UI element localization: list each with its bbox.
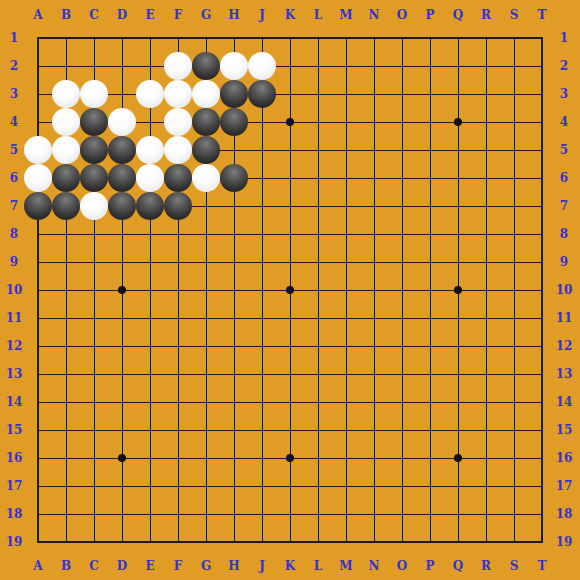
column-label-bottom: Q <box>447 558 469 574</box>
row-label-left: 3 <box>3 86 25 102</box>
row-label-right: 6 <box>553 170 575 186</box>
column-label-bottom: N <box>363 558 385 574</box>
row-label-right: 7 <box>553 198 575 214</box>
grid-line-horizontal <box>37 374 543 375</box>
row-label-right: 12 <box>553 338 575 354</box>
row-label-right: 11 <box>553 310 575 326</box>
black-stone[interactable] <box>164 192 192 220</box>
column-label-top: A <box>27 7 49 23</box>
column-label-bottom: R <box>475 558 497 574</box>
column-label-top: R <box>475 7 497 23</box>
white-stone[interactable] <box>164 52 192 80</box>
row-label-right: 10 <box>553 282 575 298</box>
black-stone[interactable] <box>108 164 136 192</box>
column-label-bottom: T <box>531 558 553 574</box>
row-label-left: 6 <box>3 170 25 186</box>
row-label-left: 11 <box>3 310 25 326</box>
star-point <box>454 118 462 126</box>
row-label-left: 17 <box>3 478 25 494</box>
column-label-bottom: M <box>335 558 357 574</box>
white-stone[interactable] <box>80 192 108 220</box>
black-stone[interactable] <box>136 192 164 220</box>
white-stone[interactable] <box>136 136 164 164</box>
row-label-left: 9 <box>3 254 25 270</box>
row-label-left: 1 <box>3 30 25 46</box>
column-label-top: D <box>111 7 133 23</box>
grid-line-horizontal <box>37 402 543 403</box>
row-label-left: 18 <box>3 506 25 522</box>
column-label-top: E <box>139 7 161 23</box>
row-label-right: 1 <box>553 30 575 46</box>
column-label-top: C <box>83 7 105 23</box>
row-label-right: 14 <box>553 394 575 410</box>
black-stone[interactable] <box>24 192 52 220</box>
row-label-left: 10 <box>3 282 25 298</box>
column-label-top: T <box>531 7 553 23</box>
row-label-right: 3 <box>553 86 575 102</box>
go-board[interactable]: AABBCCDDEEFFGGHHJJKKLLMMNNOOPPQQRRSSTT11… <box>0 0 580 580</box>
white-stone[interactable] <box>136 164 164 192</box>
row-label-left: 12 <box>3 338 25 354</box>
row-label-left: 19 <box>3 534 25 550</box>
grid-line-horizontal <box>37 318 543 319</box>
grid-line-vertical <box>541 37 543 543</box>
grid-line-vertical <box>374 37 375 543</box>
star-point <box>286 454 294 462</box>
row-label-right: 15 <box>553 422 575 438</box>
grid-line-horizontal <box>37 514 543 515</box>
grid-line-horizontal <box>37 346 543 347</box>
black-stone[interactable] <box>80 164 108 192</box>
grid-line-vertical <box>318 37 319 543</box>
row-label-left: 7 <box>3 198 25 214</box>
column-label-bottom: A <box>27 558 49 574</box>
star-point <box>286 118 294 126</box>
black-stone[interactable] <box>52 164 80 192</box>
row-label-left: 5 <box>3 142 25 158</box>
column-label-bottom: J <box>251 558 273 574</box>
row-label-right: 19 <box>553 534 575 550</box>
column-label-top: B <box>55 7 77 23</box>
black-stone[interactable] <box>108 136 136 164</box>
row-label-left: 15 <box>3 422 25 438</box>
star-point <box>118 454 126 462</box>
column-label-top: P <box>419 7 441 23</box>
column-label-top: G <box>195 7 217 23</box>
column-label-bottom: B <box>55 558 77 574</box>
white-stone[interactable] <box>52 136 80 164</box>
column-label-top: S <box>503 7 525 23</box>
white-stone[interactable] <box>108 108 136 136</box>
column-label-bottom: G <box>195 558 217 574</box>
column-label-bottom: H <box>223 558 245 574</box>
grid-line-vertical <box>486 37 487 543</box>
row-label-right: 16 <box>553 450 575 466</box>
row-label-right: 5 <box>553 142 575 158</box>
black-stone[interactable] <box>80 108 108 136</box>
white-stone[interactable] <box>164 136 192 164</box>
row-label-left: 8 <box>3 226 25 242</box>
row-label-left: 13 <box>3 366 25 382</box>
column-label-top: L <box>307 7 329 23</box>
star-point <box>454 286 462 294</box>
row-label-right: 13 <box>553 366 575 382</box>
black-stone[interactable] <box>192 136 220 164</box>
white-stone[interactable] <box>24 136 52 164</box>
star-point <box>118 286 126 294</box>
column-label-top: J <box>251 7 273 23</box>
row-label-left: 2 <box>3 58 25 74</box>
column-label-top: H <box>223 7 245 23</box>
row-label-right: 2 <box>553 58 575 74</box>
row-label-right: 17 <box>553 478 575 494</box>
black-stone[interactable] <box>220 108 248 136</box>
black-stone[interactable] <box>80 136 108 164</box>
column-label-top: Q <box>447 7 469 23</box>
column-label-bottom: S <box>503 558 525 574</box>
grid-line-vertical <box>402 37 403 543</box>
black-stone[interactable] <box>108 192 136 220</box>
white-stone[interactable] <box>164 108 192 136</box>
column-label-bottom: C <box>83 558 105 574</box>
column-label-top: K <box>279 7 301 23</box>
row-label-right: 9 <box>553 254 575 270</box>
white-stone[interactable] <box>52 80 80 108</box>
black-stone[interactable] <box>192 52 220 80</box>
white-stone[interactable] <box>136 80 164 108</box>
white-stone[interactable] <box>52 108 80 136</box>
white-stone[interactable] <box>248 52 276 80</box>
white-stone[interactable] <box>80 80 108 108</box>
white-stone[interactable] <box>192 164 220 192</box>
row-label-right: 4 <box>553 114 575 130</box>
grid-line-horizontal <box>37 486 543 487</box>
column-label-bottom: K <box>279 558 301 574</box>
column-label-top: F <box>167 7 189 23</box>
column-label-bottom: L <box>307 558 329 574</box>
black-stone[interactable] <box>220 164 248 192</box>
grid-line-vertical <box>514 37 515 543</box>
row-label-right: 18 <box>553 506 575 522</box>
star-point <box>454 454 462 462</box>
grid-line-horizontal <box>37 541 543 543</box>
black-stone[interactable] <box>220 80 248 108</box>
black-stone[interactable] <box>192 108 220 136</box>
black-stone[interactable] <box>164 164 192 192</box>
column-label-bottom: P <box>419 558 441 574</box>
column-label-bottom: E <box>139 558 161 574</box>
grid-line-vertical <box>346 37 347 543</box>
black-stone[interactable] <box>52 192 80 220</box>
star-point <box>286 286 294 294</box>
column-label-bottom: D <box>111 558 133 574</box>
grid-line-horizontal <box>37 430 543 431</box>
white-stone[interactable] <box>192 80 220 108</box>
white-stone[interactable] <box>220 52 248 80</box>
grid-line-vertical <box>430 37 431 543</box>
column-label-top: M <box>335 7 357 23</box>
white-stone[interactable] <box>164 80 192 108</box>
row-label-left: 14 <box>3 394 25 410</box>
black-stone[interactable] <box>248 80 276 108</box>
white-stone[interactable] <box>24 164 52 192</box>
column-label-top: O <box>391 7 413 23</box>
row-label-left: 16 <box>3 450 25 466</box>
column-label-top: N <box>363 7 385 23</box>
row-label-right: 8 <box>553 226 575 242</box>
row-label-left: 4 <box>3 114 25 130</box>
column-label-bottom: F <box>167 558 189 574</box>
column-label-bottom: O <box>391 558 413 574</box>
